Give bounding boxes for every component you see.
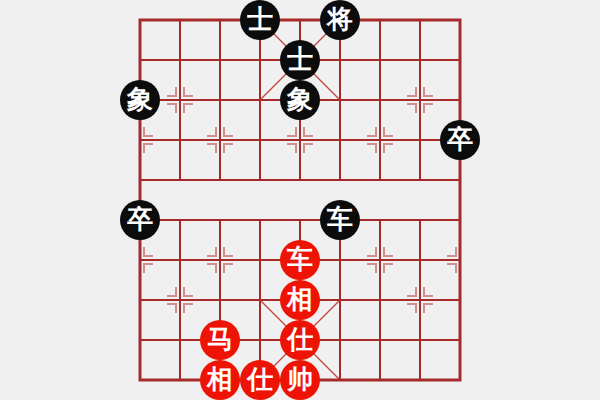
piece-black-elephant[interactable]: 象 bbox=[120, 80, 160, 120]
piece-red-chariot[interactable]: 车 bbox=[280, 240, 320, 280]
piece-red-advisor[interactable]: 仕 bbox=[240, 360, 280, 400]
piece-red-horse[interactable]: 马 bbox=[200, 320, 240, 360]
piece-red-elephant[interactable]: 相 bbox=[200, 360, 240, 400]
piece-black-advisor[interactable]: 士 bbox=[280, 40, 320, 80]
piece-black-general[interactable]: 将 bbox=[320, 0, 360, 40]
piece-black-soldier[interactable]: 卒 bbox=[120, 200, 160, 240]
piece-black-elephant[interactable]: 象 bbox=[280, 80, 320, 120]
piece-red-general[interactable]: 帅 bbox=[280, 360, 320, 400]
piece-black-soldier[interactable]: 卒 bbox=[440, 120, 480, 160]
xiangqi-board[interactable]: 士将士象象卒卒车车相马仕相仕帅 bbox=[140, 20, 460, 380]
xiangqi-app: 士将士象象卒卒车车相马仕相仕帅 bbox=[0, 0, 600, 400]
piece-black-chariot[interactable]: 车 bbox=[320, 200, 360, 240]
piece-red-advisor[interactable]: 仕 bbox=[280, 320, 320, 360]
piece-black-advisor[interactable]: 士 bbox=[240, 0, 280, 40]
piece-red-elephant[interactable]: 相 bbox=[280, 280, 320, 320]
